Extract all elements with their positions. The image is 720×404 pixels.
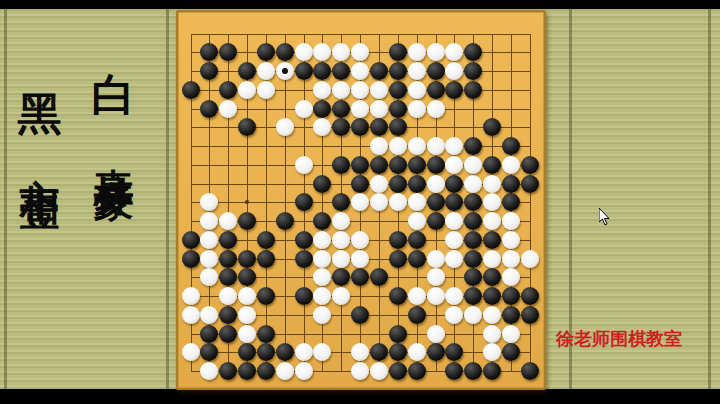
white-stone xyxy=(238,287,256,305)
black-stone xyxy=(502,137,520,155)
black-player-name: 卞相壹 xyxy=(20,146,60,164)
mouse-cursor xyxy=(599,208,611,226)
watermark-text: 徐老师围棋教室 xyxy=(556,327,716,351)
mat-seam xyxy=(166,0,169,404)
white-stone xyxy=(276,118,294,136)
white-stone xyxy=(295,100,313,118)
white-stone xyxy=(257,62,275,80)
black-stone xyxy=(427,62,445,80)
white-stone xyxy=(182,287,200,305)
white-stone xyxy=(483,325,501,343)
white-stone xyxy=(332,231,350,249)
white-stone xyxy=(370,81,388,99)
black-stone xyxy=(351,156,369,174)
white-stone xyxy=(332,287,350,305)
black-stone xyxy=(332,62,350,80)
white-stone xyxy=(313,118,331,136)
white-stone xyxy=(389,193,407,211)
white-stone xyxy=(351,362,369,380)
black-stone xyxy=(389,81,407,99)
black-stone xyxy=(389,118,407,136)
white-stone xyxy=(408,287,426,305)
black-stone xyxy=(427,212,445,230)
white-stone xyxy=(351,100,369,118)
white-stone xyxy=(276,362,294,380)
black-stone xyxy=(257,231,275,249)
black-stone xyxy=(445,81,463,99)
white-stone xyxy=(219,100,237,118)
black-stone xyxy=(238,362,256,380)
black-stone xyxy=(483,287,501,305)
white-stone xyxy=(408,100,426,118)
white-stone xyxy=(313,343,331,361)
white-stone xyxy=(182,306,200,324)
white-stone xyxy=(464,306,482,324)
black-stone xyxy=(408,362,426,380)
black-stone xyxy=(332,193,350,211)
white-stone xyxy=(332,250,350,268)
white-stone xyxy=(219,287,237,305)
white-stone xyxy=(427,43,445,61)
white-stone xyxy=(238,306,256,324)
black-stone xyxy=(313,175,331,193)
white-stone xyxy=(483,343,501,361)
black-stone xyxy=(295,287,313,305)
white-stone xyxy=(295,362,313,380)
white-stone xyxy=(370,137,388,155)
black-stone xyxy=(483,156,501,174)
black-stone xyxy=(502,287,520,305)
black-stone xyxy=(427,343,445,361)
white-stone xyxy=(408,193,426,211)
black-stone xyxy=(408,175,426,193)
black-stone xyxy=(445,193,463,211)
black-stone xyxy=(182,81,200,99)
black-stone xyxy=(351,118,369,136)
black-stone xyxy=(464,287,482,305)
white-stone xyxy=(182,343,200,361)
black-stone xyxy=(427,81,445,99)
white-player-name: 辜梓豪 xyxy=(94,136,134,154)
black-stone xyxy=(238,118,256,136)
white-stone xyxy=(219,212,237,230)
black-stone xyxy=(182,231,200,249)
white-stone xyxy=(200,250,218,268)
black-stone xyxy=(219,81,237,99)
white-stone xyxy=(200,212,218,230)
black-stone xyxy=(257,343,275,361)
black-stone xyxy=(502,175,520,193)
black-stone xyxy=(238,343,256,361)
white-stone xyxy=(502,268,520,286)
black-stone xyxy=(238,268,256,286)
white-stone xyxy=(257,81,275,99)
black-stone xyxy=(464,81,482,99)
black-stone xyxy=(445,175,463,193)
black-stone xyxy=(313,100,331,118)
white-stone xyxy=(445,287,463,305)
black-stone xyxy=(238,62,256,80)
black-stone xyxy=(332,100,350,118)
white-stone xyxy=(445,137,463,155)
black-stone xyxy=(257,43,275,61)
black-stone xyxy=(200,62,218,80)
white-stone xyxy=(427,250,445,268)
white-stone xyxy=(313,268,331,286)
black-stone xyxy=(483,268,501,286)
white-stone xyxy=(408,81,426,99)
white-stone xyxy=(200,306,218,324)
white-stone xyxy=(351,43,369,61)
black-stone xyxy=(389,62,407,80)
white-stone xyxy=(483,212,501,230)
black-stone xyxy=(313,212,331,230)
black-stone xyxy=(483,362,501,380)
black-stone xyxy=(332,268,350,286)
white-stone xyxy=(313,287,331,305)
white-stone xyxy=(445,306,463,324)
black-stone xyxy=(219,231,237,249)
black-stone xyxy=(351,306,369,324)
white-stone xyxy=(238,325,256,343)
black-stone xyxy=(332,156,350,174)
letterbox-top xyxy=(0,0,720,9)
black-stone xyxy=(389,250,407,268)
black-stone xyxy=(389,100,407,118)
black-stone xyxy=(389,325,407,343)
black-stone xyxy=(389,43,407,61)
white-stone xyxy=(408,62,426,80)
black-stone xyxy=(257,287,275,305)
white-stone xyxy=(502,212,520,230)
white-stone xyxy=(313,43,331,61)
white-stone xyxy=(427,287,445,305)
black-stone xyxy=(389,175,407,193)
white-stone xyxy=(483,250,501,268)
black-stone xyxy=(219,250,237,268)
black-stone xyxy=(445,362,463,380)
black-stone xyxy=(219,43,237,61)
white-stone xyxy=(351,231,369,249)
black-stone xyxy=(464,362,482,380)
white-stone xyxy=(427,325,445,343)
white-stone xyxy=(483,175,501,193)
mat-seam xyxy=(4,0,7,404)
letterbox-bottom xyxy=(0,389,720,404)
white-stone xyxy=(351,250,369,268)
black-stone xyxy=(238,212,256,230)
white-stone xyxy=(464,156,482,174)
black-stone xyxy=(257,250,275,268)
white-stone xyxy=(295,343,313,361)
black-stone xyxy=(521,287,539,305)
black-stone xyxy=(464,137,482,155)
black-stone xyxy=(313,62,331,80)
black-stone xyxy=(483,118,501,136)
white-stone xyxy=(276,62,294,80)
white-stone xyxy=(502,156,520,174)
white-stone xyxy=(502,250,520,268)
white-stone xyxy=(332,43,350,61)
black-stone xyxy=(370,268,388,286)
black-stone xyxy=(219,268,237,286)
black-stone xyxy=(521,362,539,380)
white-stone xyxy=(427,100,445,118)
white-stone xyxy=(483,306,501,324)
black-stone xyxy=(219,306,237,324)
black-stone xyxy=(238,250,256,268)
white-stone xyxy=(445,156,463,174)
white-stone xyxy=(332,212,350,230)
black-stone xyxy=(200,100,218,118)
white-stone xyxy=(313,231,331,249)
black-stone xyxy=(295,250,313,268)
white-stone xyxy=(408,212,426,230)
black-stone xyxy=(332,118,350,136)
white-stone xyxy=(445,250,463,268)
black-stone xyxy=(295,62,313,80)
white-stone xyxy=(502,231,520,249)
black-stone xyxy=(445,343,463,361)
white-stone xyxy=(295,43,313,61)
white-stone xyxy=(370,362,388,380)
black-stone xyxy=(257,325,275,343)
white-stone xyxy=(445,43,463,61)
white-stone xyxy=(238,81,256,99)
last-move-marker xyxy=(282,68,288,74)
black-stone xyxy=(521,156,539,174)
white-stone xyxy=(313,81,331,99)
black-stone xyxy=(295,193,313,211)
black-stone xyxy=(370,118,388,136)
white-stone xyxy=(445,212,463,230)
black-stone xyxy=(276,343,294,361)
black-stone xyxy=(389,343,407,361)
black-stone xyxy=(464,231,482,249)
black-stone xyxy=(389,287,407,305)
white-stone xyxy=(200,268,218,286)
white-stone xyxy=(483,193,501,211)
black-stone xyxy=(276,212,294,230)
black-stone xyxy=(464,43,482,61)
black-stone xyxy=(200,343,218,361)
white-stone xyxy=(502,325,520,343)
white-stone xyxy=(370,175,388,193)
white-stone xyxy=(427,268,445,286)
white-stone xyxy=(295,156,313,174)
white-stone xyxy=(408,43,426,61)
star-point xyxy=(245,200,249,204)
black-stone xyxy=(370,343,388,361)
black-stone xyxy=(389,156,407,174)
white-stone xyxy=(389,137,407,155)
black-stone xyxy=(464,268,482,286)
black-stone xyxy=(219,325,237,343)
black-stone xyxy=(408,306,426,324)
white-stone xyxy=(313,250,331,268)
grid-vline xyxy=(285,34,286,373)
white-stone xyxy=(445,231,463,249)
white-stone xyxy=(445,62,463,80)
black-stone xyxy=(464,193,482,211)
black-stone xyxy=(351,268,369,286)
white-stone xyxy=(427,137,445,155)
white-stone xyxy=(351,62,369,80)
black-stone xyxy=(200,325,218,343)
white-stone xyxy=(332,81,350,99)
black-stone xyxy=(219,362,237,380)
black-stone xyxy=(276,43,294,61)
black-stone xyxy=(521,306,539,324)
white-stone xyxy=(408,137,426,155)
black-stone xyxy=(464,62,482,80)
black-stone xyxy=(370,62,388,80)
black-stone xyxy=(502,193,520,211)
white-stone xyxy=(200,362,218,380)
white-stone xyxy=(521,250,539,268)
black-stone xyxy=(408,250,426,268)
white-stone xyxy=(464,175,482,193)
white-stone xyxy=(408,343,426,361)
black-stone xyxy=(182,250,200,268)
black-stone xyxy=(200,43,218,61)
white-stone xyxy=(313,306,331,324)
white-stone xyxy=(200,193,218,211)
black-stone xyxy=(464,212,482,230)
black-stone xyxy=(351,175,369,193)
white-label: 白 xyxy=(92,38,136,44)
white-stone xyxy=(351,343,369,361)
white-stone xyxy=(427,175,445,193)
black-stone xyxy=(389,362,407,380)
black-stone xyxy=(408,231,426,249)
black-stone xyxy=(257,362,275,380)
black-stone xyxy=(502,343,520,361)
black-stone xyxy=(502,306,520,324)
black-stone xyxy=(427,156,445,174)
black-stone xyxy=(483,231,501,249)
black-stone xyxy=(521,175,539,193)
white-stone xyxy=(370,100,388,118)
white-stone xyxy=(351,81,369,99)
black-stone xyxy=(464,250,482,268)
black-stone xyxy=(370,156,388,174)
black-stone xyxy=(408,156,426,174)
black-stone xyxy=(389,231,407,249)
black-stone xyxy=(295,231,313,249)
black-label: 黑 xyxy=(18,58,62,64)
go-board[interactable] xyxy=(176,10,546,390)
black-stone xyxy=(427,193,445,211)
white-stone xyxy=(370,193,388,211)
white-stone xyxy=(351,193,369,211)
white-stone xyxy=(200,231,218,249)
